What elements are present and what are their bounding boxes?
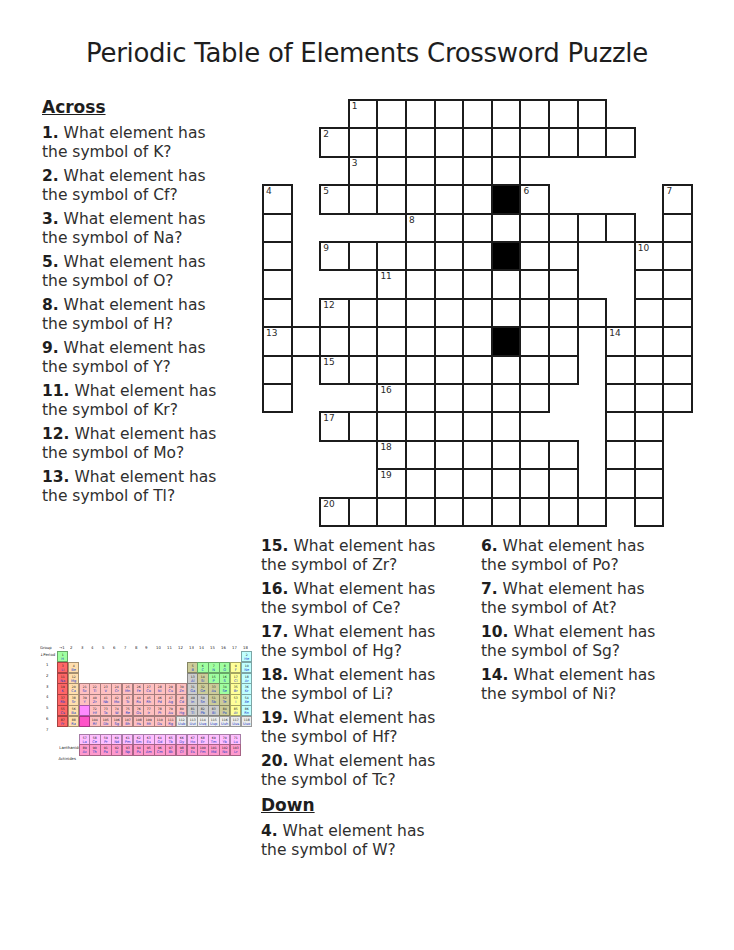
element-cell-No: 102No	[219, 744, 230, 755]
element-cell-Br: 35Br	[230, 683, 241, 694]
grid-cell[interactable]: 1	[348, 99, 379, 129]
element-cell-Fm: 100Fm	[197, 744, 208, 755]
grid-cell[interactable]	[405, 127, 436, 157]
grid-cell[interactable]	[548, 497, 579, 527]
grid-cell[interactable]	[491, 269, 522, 299]
grid-cell[interactable]	[376, 355, 407, 385]
grid-cell[interactable]	[262, 213, 293, 243]
grid-cell[interactable]	[405, 497, 436, 527]
clue-across-8: 8. What element has the symbol of H?	[42, 296, 224, 334]
grid-cell[interactable]	[491, 355, 522, 385]
grid-cell[interactable]	[405, 440, 436, 470]
grid-cell[interactable]: 12	[319, 298, 350, 328]
element-cell-Ag: 47Ag	[165, 694, 176, 705]
grid-cell[interactable]	[262, 298, 293, 328]
element-cell-Am: 95Am	[143, 744, 154, 755]
element-cell-At: 85At	[230, 705, 241, 716]
element-cell-Kr: 36Kr	[241, 683, 252, 694]
element-cell-Cd: 48Cd	[176, 694, 187, 705]
cell-number-12: 12	[323, 300, 334, 311]
cell-number-17: 17	[323, 413, 334, 424]
grid-cell[interactable]	[605, 411, 636, 441]
group-number-1: →1	[59, 637, 70, 643]
grid-cell[interactable]	[634, 269, 665, 299]
cell-number-20: 20	[323, 499, 334, 510]
grid-cell[interactable]	[405, 298, 436, 328]
grid-cell[interactable]	[262, 355, 293, 385]
grid-cell[interactable]: 15	[319, 355, 350, 385]
element-cell-Ru: 44Ru	[133, 694, 144, 705]
element-cell-Nb: 41Nb	[100, 694, 111, 705]
grid-cell[interactable]	[519, 241, 550, 271]
grid-cell[interactable]	[577, 298, 608, 328]
grid-cell[interactable]	[376, 326, 407, 356]
grid-cell[interactable]	[605, 440, 636, 470]
grid-cell[interactable]	[376, 298, 407, 328]
element-cell-In: 49In	[187, 694, 198, 705]
grid-cell[interactable]	[434, 468, 465, 498]
grid-cell[interactable]	[548, 355, 579, 385]
grid-cell[interactable]	[291, 326, 322, 356]
grid-cell[interactable]	[548, 468, 579, 498]
element-cell-Te: 52Te	[219, 694, 230, 705]
cell-number-5: 5	[323, 186, 329, 197]
grid-cell[interactable]	[634, 298, 665, 328]
grid-cell[interactable]	[634, 383, 665, 413]
grid-cell[interactable]	[405, 241, 436, 271]
grid-cell[interactable]: 11	[376, 269, 407, 299]
grid-cell[interactable]	[462, 184, 493, 214]
group-number-13: 13	[189, 637, 200, 643]
grid-cell[interactable]	[662, 383, 693, 413]
element-cell-Sm: 62Sm	[133, 734, 144, 745]
grid-cell[interactable]	[605, 213, 636, 243]
worksheet-page: Periodic Table of Elements Crossword Puz…	[0, 0, 734, 950]
grid-cell[interactable]	[348, 184, 379, 214]
element-cell-Fr: 87Fr	[57, 716, 68, 727]
grid-cell[interactable]	[634, 440, 665, 470]
grid-cell[interactable]	[662, 298, 693, 328]
grid-cell[interactable]	[462, 497, 493, 527]
grid-cell[interactable]	[462, 411, 493, 441]
grid-cell[interactable]	[462, 468, 493, 498]
element-cell-Cs: 55Cs	[57, 705, 68, 716]
element-cell-Xe: 54Xe	[241, 694, 252, 705]
grid-cell[interactable]	[434, 383, 465, 413]
element-cell-He: 2He	[241, 651, 252, 662]
cell-number-19: 19	[380, 470, 391, 481]
element-cell-Cf: 98Cf	[176, 744, 187, 755]
grid-cell[interactable]	[462, 298, 493, 328]
element-cell-Rb: 37Rb	[57, 694, 68, 705]
grid-cell[interactable]	[577, 99, 608, 129]
element-cell-Os: 76Os	[133, 705, 144, 716]
grid-cell[interactable]	[519, 468, 550, 498]
grid-cell[interactable]	[405, 468, 436, 498]
element-cell-Sg: 106Sg	[111, 716, 122, 727]
element-cell-Be: 4Be	[68, 662, 79, 673]
grid-cell[interactable]	[519, 326, 550, 356]
grid-cell[interactable]	[434, 156, 465, 186]
grid-cell[interactable]	[405, 99, 436, 129]
grid-cell[interactable]	[348, 127, 379, 157]
grid-cell[interactable]: 2	[319, 127, 350, 157]
crossword-grid: 1234567891011121314151617181920	[262, 99, 694, 527]
element-cell-La: 57La	[79, 734, 90, 745]
element-cell-Bi: 83Bi	[208, 705, 219, 716]
group-number-12: 12	[178, 637, 189, 643]
grid-cell[interactable]	[348, 298, 379, 328]
group-label: Group	[40, 637, 56, 643]
grid-cell[interactable]	[491, 156, 522, 186]
grid-cell[interactable]	[434, 440, 465, 470]
grid-cell[interactable]	[662, 355, 693, 385]
grid-cell[interactable]	[662, 213, 693, 243]
grid-cell[interactable]	[434, 326, 465, 356]
grid-cell[interactable]	[491, 497, 522, 527]
grid-cell[interactable]	[519, 440, 550, 470]
grid-cell[interactable]	[348, 411, 379, 441]
grid-cell[interactable]	[577, 127, 608, 157]
grid-cell[interactable]	[434, 213, 465, 243]
element-cell-Rg: 111Rg	[165, 716, 176, 727]
grid-cell[interactable]	[662, 326, 693, 356]
element-cell-Fe: 26Fe	[133, 683, 144, 694]
element-cell-Mt: 109Mt	[143, 716, 154, 727]
grid-cell[interactable]	[348, 355, 379, 385]
grid-cell[interactable]	[262, 241, 293, 271]
element-cell-Np: 93Np	[122, 744, 133, 755]
grid-cell[interactable]: 17	[319, 411, 350, 441]
grid-cell[interactable]	[376, 127, 407, 157]
element-cell-Lu: 71Lu	[230, 734, 241, 745]
element-cell-Ce: 58Ce	[89, 734, 100, 745]
element-cell-Rn: 86Rn	[241, 705, 252, 716]
clue-down-14: 14. What element has the symbol of Ni?	[481, 666, 663, 704]
element-cell-Er: 68Er	[197, 734, 208, 745]
grid-cell[interactable]	[434, 184, 465, 214]
grid-cell[interactable]	[405, 383, 436, 413]
element-cell-Rf: 104Rf	[89, 716, 100, 727]
element-cell-Uuo: 118Uuo	[241, 716, 252, 727]
clue-across-18: 18. What element has the symbol of Li?	[261, 666, 443, 704]
grid-cell[interactable]	[577, 213, 608, 243]
element-cell-Pu: 94Pu	[133, 744, 144, 755]
element-cell-W: 74W	[111, 705, 122, 716]
actinides-label: Actinides	[40, 748, 76, 754]
element-cell-Pa: 91Pa	[100, 744, 111, 755]
grid-cell[interactable]	[462, 269, 493, 299]
element-cell-Bh: 107Bh	[122, 716, 133, 727]
grid-cell[interactable]	[405, 326, 436, 356]
grid-cell[interactable]	[519, 213, 550, 243]
element-cell-Na: 11Na	[57, 673, 68, 684]
grid-cell[interactable]	[491, 213, 522, 243]
element-cell-U: 92U	[111, 744, 122, 755]
grid-cell[interactable]	[548, 440, 579, 470]
grid-cell[interactable]	[605, 383, 636, 413]
group-number-17: 17	[232, 637, 243, 643]
grid-cell[interactable]	[405, 184, 436, 214]
period-number-3: 3	[46, 676, 54, 682]
period-number-6: 6	[46, 708, 54, 714]
element-cell-Pd: 46Pd	[154, 694, 165, 705]
grid-cell[interactable]	[634, 497, 665, 527]
cell-number-6: 6	[523, 186, 529, 197]
grid-cell[interactable]: 19	[376, 468, 407, 498]
grid-cell[interactable]	[519, 298, 550, 328]
element-cell-Ca: 20Ca	[68, 683, 79, 694]
periodic-table-image: Group→123456789101112131415161718↓Period…	[40, 637, 254, 759]
grid-cell[interactable]	[491, 298, 522, 328]
group-number-7: 7	[124, 637, 135, 643]
element-cell-P: 15P	[208, 673, 219, 684]
element-cell-Ds: 110Ds	[154, 716, 165, 727]
grid-cell[interactable]	[462, 241, 493, 271]
grid-cell[interactable]	[262, 383, 293, 413]
grid-cell[interactable]	[519, 383, 550, 413]
grid-cell[interactable]: 6	[519, 184, 550, 214]
lanthanides-label: Lanthanides	[40, 737, 76, 743]
grid-cell[interactable]	[662, 269, 693, 299]
cell-number-4: 4	[266, 186, 272, 197]
element-cell-Si: 14Si	[197, 673, 208, 684]
element-cell-Y: 39Y	[79, 694, 90, 705]
element-cell-Yb: 70Yb	[219, 734, 230, 745]
down-clues-column: 6. What element has the symbol of Po?7. …	[481, 537, 663, 709]
group-number-5: 5	[102, 637, 113, 643]
group-number-10: 10	[156, 637, 167, 643]
grid-cell[interactable]	[434, 127, 465, 157]
element-cell-Md: 101Md	[208, 744, 219, 755]
grid-cell[interactable]	[462, 213, 493, 243]
grid-cell[interactable]	[519, 355, 550, 385]
element-cell-Pm: 61Pm	[122, 734, 133, 745]
grid-cell[interactable]	[376, 99, 407, 129]
element-cell-Po: 84Po	[219, 705, 230, 716]
element-cell-Lr: 103Lr	[230, 744, 241, 755]
grid-cell[interactable]	[405, 269, 436, 299]
element-cell-Al: 13Al	[187, 673, 198, 684]
cell-number-14: 14	[609, 328, 620, 339]
grid-cell[interactable]: 13	[262, 326, 293, 356]
grid-cell[interactable]: 14	[605, 326, 636, 356]
element-cell-Ti: 22Ti	[89, 683, 100, 694]
element-cell-Uup: 115Uup	[208, 716, 219, 727]
grid-cell[interactable]	[462, 127, 493, 157]
grid-cell[interactable]	[434, 355, 465, 385]
clue-down-7: 7. What element has the symbol of At?	[481, 580, 663, 618]
element-cell-Ba: 56Ba	[68, 705, 79, 716]
element-cell-Se: 34Se	[219, 683, 230, 694]
grid-cell[interactable]	[405, 355, 436, 385]
grid-cell[interactable]	[519, 269, 550, 299]
grid-cell[interactable]	[519, 127, 550, 157]
element-cell-Es: 99Es	[187, 744, 198, 755]
grid-cell[interactable]	[376, 241, 407, 271]
grid-cell[interactable]	[491, 440, 522, 470]
clue-across-13: 13. What element has the symbol of Tl?	[42, 468, 224, 506]
element-cell-Co: 27Co	[143, 683, 154, 694]
element-cell-Hg: 80Hg	[176, 705, 187, 716]
cell-number-9: 9	[323, 243, 329, 254]
element-cell-Sr: 38Sr	[68, 694, 79, 705]
period-number-5: 5	[46, 697, 54, 703]
element-cell-As: 33As	[208, 683, 219, 694]
grid-cell[interactable]	[262, 269, 293, 299]
cell-number-1: 1	[352, 101, 358, 112]
grid-cell[interactable]	[434, 298, 465, 328]
across-heading: Across	[42, 97, 224, 118]
element-cell-Gd: 64Gd	[154, 734, 165, 745]
period-number-2: 2	[46, 665, 54, 671]
grid-cell[interactable]	[376, 184, 407, 214]
cell-number-2: 2	[323, 129, 329, 140]
element-cell-Ho: 67Ho	[187, 734, 198, 745]
series-placeholder-cell	[79, 716, 90, 727]
group-number-18: 18	[243, 637, 254, 643]
grid-cell[interactable]: 5	[319, 184, 350, 214]
element-cell-Hf: 72Hf	[89, 705, 100, 716]
cell-number-10: 10	[638, 243, 649, 254]
grid-cell[interactable]	[548, 326, 579, 356]
element-cell-Sc: 21Sc	[79, 683, 90, 694]
element-cell-Uuh: 116Uuh	[219, 716, 230, 727]
grid-cell[interactable]: 3	[348, 156, 379, 186]
element-cell-Tc: 43Tc	[122, 694, 133, 705]
grid-cell[interactable]: 4	[262, 184, 293, 214]
grid-cell[interactable]: 7	[662, 184, 693, 214]
grid-cell[interactable]	[348, 326, 379, 356]
group-number-4: 4	[91, 637, 102, 643]
element-cell-O: 8O	[219, 662, 230, 673]
cell-number-7: 7	[666, 186, 672, 197]
grid-cell[interactable]	[434, 269, 465, 299]
element-cell-N: 7N	[208, 662, 219, 673]
grid-cell[interactable]	[519, 497, 550, 527]
grid-cell[interactable]	[405, 411, 436, 441]
grid-cell[interactable]	[577, 497, 608, 527]
grid-cell[interactable]	[434, 497, 465, 527]
grid-cell[interactable]: 20	[319, 497, 350, 527]
black-cell	[491, 241, 522, 271]
grid-cell[interactable]	[519, 99, 550, 129]
clue-across-1: 1. What element has the symbol of K?	[42, 124, 224, 162]
element-cell-Tm: 69Tm	[208, 734, 219, 745]
grid-cell[interactable]	[462, 156, 493, 186]
element-cell-S: 16S	[219, 673, 230, 684]
grid-cell[interactable]: 18	[376, 440, 407, 470]
element-cell-Mn: 25Mn	[122, 683, 133, 694]
grid-cell[interactable]	[434, 411, 465, 441]
element-cell-Zn: 30Zn	[176, 683, 187, 694]
grid-cell[interactable]	[491, 99, 522, 129]
grid-cell[interactable]	[548, 269, 579, 299]
clue-across-16: 16. What element has the symbol of Ce?	[261, 580, 443, 618]
grid-cell[interactable]: 9	[319, 241, 350, 271]
element-cell-Dy: 66Dy	[176, 734, 187, 745]
page-title: Periodic Table of Elements Crossword Puz…	[0, 38, 734, 68]
period-number-4: 4	[46, 686, 54, 692]
group-number-11: 11	[167, 637, 178, 643]
grid-cell[interactable]: 8	[405, 213, 436, 243]
grid-cell[interactable]	[434, 241, 465, 271]
clue-down-6: 6. What element has the symbol of Po?	[481, 537, 663, 575]
clue-down-10: 10. What element has the symbol of Sg?	[481, 623, 663, 661]
clue-across-15: 15. What element has the symbol of Zr?	[261, 537, 443, 575]
grid-cell[interactable]	[319, 326, 350, 356]
grid-cell[interactable]	[376, 497, 407, 527]
element-cell-V: 23V	[100, 683, 111, 694]
black-cell	[491, 326, 522, 356]
grid-cell[interactable]	[605, 355, 636, 385]
grid-cell[interactable]	[376, 411, 407, 441]
group-number-2: 2	[70, 637, 81, 643]
grid-cell[interactable]	[348, 241, 379, 271]
grid-cell[interactable]	[662, 241, 693, 271]
grid-cell[interactable]: 10	[634, 241, 665, 271]
clue-across-3: 3. What element has the symbol of Na?	[42, 210, 224, 248]
grid-cell[interactable]	[548, 241, 579, 271]
clue-down-4: 4. What element has the symbol of W?	[261, 822, 443, 860]
element-cell-Db: 105Db	[100, 716, 111, 727]
element-cell-Nd: 60Nd	[111, 734, 122, 745]
grid-cell[interactable]	[548, 298, 579, 328]
element-cell-H: 1H	[57, 651, 68, 662]
grid-cell[interactable]	[348, 497, 379, 527]
grid-cell[interactable]	[376, 156, 407, 186]
group-number-9: 9	[145, 637, 156, 643]
element-cell-Cl: 17Cl	[230, 673, 241, 684]
grid-cell[interactable]	[462, 99, 493, 129]
element-cell-B: 5B	[187, 662, 198, 673]
element-cell-Zr: 40Zr	[89, 694, 100, 705]
grid-cell[interactable]	[634, 411, 665, 441]
grid-cell[interactable]	[434, 99, 465, 129]
grid-cell[interactable]	[491, 468, 522, 498]
grid-cell[interactable]	[548, 127, 579, 157]
cell-number-11: 11	[380, 271, 391, 282]
grid-cell[interactable]	[548, 99, 579, 129]
element-cell-C: 6C	[197, 662, 208, 673]
grid-cell[interactable]	[462, 326, 493, 356]
element-cell-Mg: 12Mg	[68, 673, 79, 684]
grid-cell[interactable]	[634, 326, 665, 356]
grid-cell[interactable]: 16	[376, 383, 407, 413]
element-cell-Ge: 32Ge	[197, 683, 208, 694]
grid-cell[interactable]	[634, 468, 665, 498]
grid-cell[interactable]	[491, 411, 522, 441]
element-cell-Mo: 42Mo	[111, 694, 122, 705]
grid-cell[interactable]	[634, 355, 665, 385]
series-placeholder-cell	[79, 705, 90, 716]
grid-cell[interactable]	[462, 440, 493, 470]
cell-number-3: 3	[352, 158, 358, 169]
grid-cell[interactable]	[605, 127, 636, 157]
grid-cell[interactable]	[491, 383, 522, 413]
element-cell-Pb: 82Pb	[197, 705, 208, 716]
grid-cell[interactable]	[462, 355, 493, 385]
grid-cell[interactable]	[405, 156, 436, 186]
grid-cell[interactable]	[462, 383, 493, 413]
element-cell-Ni: 28Ni	[154, 683, 165, 694]
element-cell-Ra: 88Ra	[68, 716, 79, 727]
grid-cell[interactable]	[605, 468, 636, 498]
element-cell-Pt: 78Pt	[154, 705, 165, 716]
element-cell-Bk: 97Bk	[165, 744, 176, 755]
grid-cell[interactable]	[548, 213, 579, 243]
grid-cell[interactable]	[491, 127, 522, 157]
